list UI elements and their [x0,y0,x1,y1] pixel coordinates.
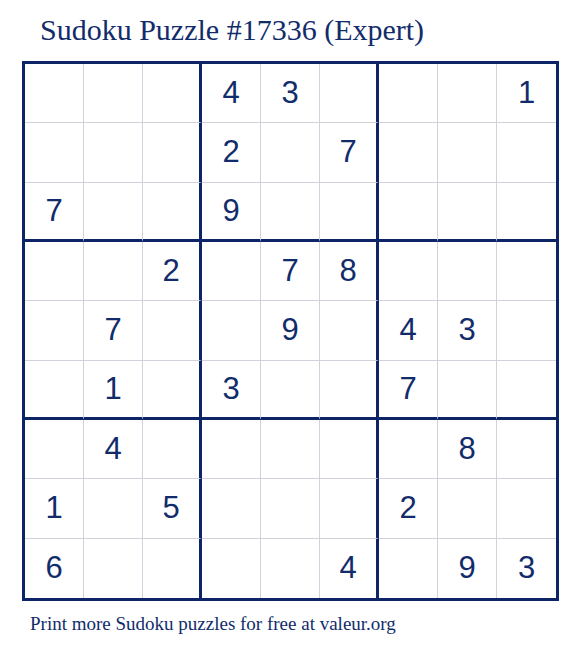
cell-r9c4-empty [202,539,261,598]
sudoku-print-page: Sudoku Puzzle #17336 (Expert) 4312779278… [0,0,580,651]
cell-r1c7-empty [379,64,438,123]
cell-r2c1-empty [25,123,84,182]
cell-r5c4-empty [202,301,261,360]
cell-r4c4-empty [202,242,261,301]
cell-r4c5-given: 7 [261,242,320,301]
cell-r6c9-empty [497,361,556,420]
cell-r5c7-given: 4 [379,301,438,360]
cell-r9c8-given: 9 [438,539,497,598]
cell-r2c3-empty [143,123,202,182]
cell-r7c7-empty [379,420,438,479]
cell-r7c5-empty [261,420,320,479]
cell-r4c8-empty [438,242,497,301]
cell-r5c2-given: 7 [84,301,143,360]
cell-r1c3-empty [143,64,202,123]
cell-r6c3-empty [143,361,202,420]
cell-r8c4-empty [202,479,261,538]
cell-r8c2-empty [84,479,143,538]
cell-r3c8-empty [438,183,497,242]
cell-r2c8-empty [438,123,497,182]
cell-r9c2-empty [84,539,143,598]
cell-r8c6-empty [320,479,379,538]
cell-r1c1-empty [25,64,84,123]
cell-r7c9-empty [497,420,556,479]
cell-r5c6-empty [320,301,379,360]
footer-note: Print more Sudoku puzzles for free at va… [30,613,396,635]
cell-r9c3-empty [143,539,202,598]
cell-r3c7-empty [379,183,438,242]
cell-r6c8-empty [438,361,497,420]
cell-r5c8-given: 3 [438,301,497,360]
cell-r9c9-given: 3 [497,539,556,598]
cell-r3c6-empty [320,183,379,242]
cell-r3c4-given: 9 [202,183,261,242]
cell-r1c5-given: 3 [261,64,320,123]
cell-r8c9-empty [497,479,556,538]
cell-r1c6-empty [320,64,379,123]
cell-r8c8-empty [438,479,497,538]
cell-r2c9-empty [497,123,556,182]
cell-r3c5-empty [261,183,320,242]
cell-r2c2-empty [84,123,143,182]
cell-r3c2-empty [84,183,143,242]
cell-r3c3-empty [143,183,202,242]
cell-r2c7-empty [379,123,438,182]
cell-r6c5-empty [261,361,320,420]
cell-r6c6-empty [320,361,379,420]
cell-r4c1-empty [25,242,84,301]
cell-r4c9-empty [497,242,556,301]
sudoku-board: 43127792787943137481526493 [22,61,559,601]
cell-r7c2-given: 4 [84,420,143,479]
cell-r3c1-given: 7 [25,183,84,242]
cell-r4c3-given: 2 [143,242,202,301]
cell-r2c5-empty [261,123,320,182]
cell-r5c1-empty [25,301,84,360]
cell-r4c6-given: 8 [320,242,379,301]
cell-r1c2-empty [84,64,143,123]
cell-r8c3-given: 5 [143,479,202,538]
cell-r9c1-given: 6 [25,539,84,598]
cell-r9c7-empty [379,539,438,598]
cell-r8c7-given: 2 [379,479,438,538]
cell-r3c9-empty [497,183,556,242]
cell-r1c8-empty [438,64,497,123]
cell-r4c7-empty [379,242,438,301]
cell-r9c5-empty [261,539,320,598]
cell-r8c1-given: 1 [25,479,84,538]
cell-r6c7-given: 7 [379,361,438,420]
cell-r6c4-given: 3 [202,361,261,420]
cell-r7c8-given: 8 [438,420,497,479]
cell-r5c9-empty [497,301,556,360]
cell-r1c4-given: 4 [202,64,261,123]
cell-r2c6-given: 7 [320,123,379,182]
cell-r5c5-given: 9 [261,301,320,360]
cell-r9c6-given: 4 [320,539,379,598]
cell-r5c3-empty [143,301,202,360]
cell-r1c9-given: 1 [497,64,556,123]
page-title: Sudoku Puzzle #17336 (Expert) [40,12,424,48]
cell-r2c4-given: 2 [202,123,261,182]
cell-r6c2-given: 1 [84,361,143,420]
cell-r7c6-empty [320,420,379,479]
cell-r7c1-empty [25,420,84,479]
cell-r4c2-empty [84,242,143,301]
cell-r7c3-empty [143,420,202,479]
cell-r6c1-empty [25,361,84,420]
cell-r8c5-empty [261,479,320,538]
cell-r7c4-empty [202,420,261,479]
